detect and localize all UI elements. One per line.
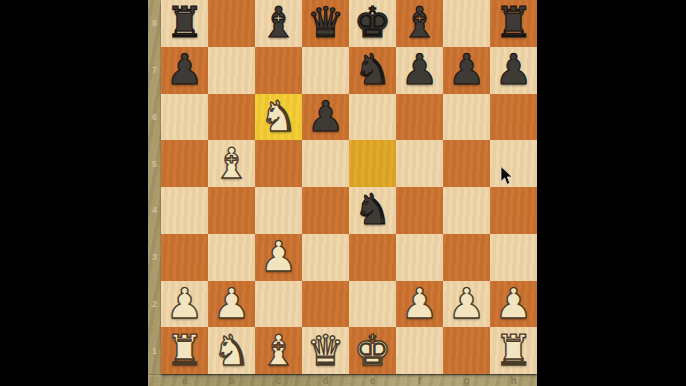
white-bishop[interactable]: ♝ <box>213 143 251 185</box>
black-pawn[interactable]: ♟ <box>448 49 486 91</box>
square-b7[interactable] <box>208 47 255 94</box>
chess-board-area: 87654321 ♜♝♛♚♝♜♟♞♟♟♟♞♟♝♞♟♟♟♟♟♟♜♞♝♛♚♜ abc… <box>148 0 537 386</box>
square-b6[interactable] <box>208 94 255 141</box>
black-knight[interactable]: ♞ <box>354 49 392 91</box>
black-pawn[interactable]: ♟ <box>495 49 533 91</box>
file-label-e: e <box>349 374 396 386</box>
square-c4[interactable] <box>255 187 302 234</box>
square-h8[interactable]: ♜ <box>490 0 537 47</box>
square-g2[interactable]: ♟ <box>443 281 490 328</box>
square-a4[interactable] <box>161 187 208 234</box>
square-b4[interactable] <box>208 187 255 234</box>
black-rook[interactable]: ♜ <box>166 2 204 44</box>
square-e6[interactable] <box>349 94 396 141</box>
square-d3[interactable] <box>302 234 349 281</box>
file-labels: abcdefgh <box>148 374 537 386</box>
square-c8[interactable]: ♝ <box>255 0 302 47</box>
black-knight[interactable]: ♞ <box>354 189 392 231</box>
square-d1[interactable]: ♛ <box>302 327 349 374</box>
file-label-g: g <box>443 374 490 386</box>
square-b8[interactable] <box>208 0 255 47</box>
square-c2[interactable] <box>255 281 302 328</box>
letterbox-bar-left <box>0 0 148 386</box>
square-h5[interactable] <box>490 140 537 187</box>
square-a3[interactable] <box>161 234 208 281</box>
square-b2[interactable]: ♟ <box>208 281 255 328</box>
white-pawn[interactable]: ♟ <box>495 283 533 325</box>
black-pawn[interactable]: ♟ <box>401 49 439 91</box>
black-queen[interactable]: ♛ <box>307 2 345 44</box>
square-a5[interactable] <box>161 140 208 187</box>
square-d6[interactable]: ♟ <box>302 94 349 141</box>
white-king[interactable]: ♚ <box>354 330 392 372</box>
file-label-d: d <box>302 374 349 386</box>
square-c5[interactable] <box>255 140 302 187</box>
square-h1[interactable]: ♜ <box>490 327 537 374</box>
square-f8[interactable]: ♝ <box>396 0 443 47</box>
square-g6[interactable] <box>443 94 490 141</box>
square-h3[interactable] <box>490 234 537 281</box>
white-pawn[interactable]: ♟ <box>166 283 204 325</box>
rank-label-1: 1 <box>148 327 161 374</box>
square-a8[interactable]: ♜ <box>161 0 208 47</box>
white-pawn[interactable]: ♟ <box>448 283 486 325</box>
rank-labels: 87654321 <box>148 0 161 374</box>
white-queen[interactable]: ♛ <box>307 330 345 372</box>
chess-board: ♜♝♛♚♝♜♟♞♟♟♟♞♟♝♞♟♟♟♟♟♟♜♞♝♛♚♜ <box>161 0 537 374</box>
rank-label-3: 3 <box>148 234 161 281</box>
square-f7[interactable]: ♟ <box>396 47 443 94</box>
square-b5[interactable]: ♝ <box>208 140 255 187</box>
white-knight[interactable]: ♞ <box>260 96 298 138</box>
square-h2[interactable]: ♟ <box>490 281 537 328</box>
square-b3[interactable] <box>208 234 255 281</box>
rank-label-7: 7 <box>148 47 161 94</box>
square-d5[interactable] <box>302 140 349 187</box>
black-pawn[interactable]: ♟ <box>307 96 345 138</box>
square-g1[interactable] <box>443 327 490 374</box>
rank-label-6: 6 <box>148 94 161 141</box>
square-c1[interactable]: ♝ <box>255 327 302 374</box>
square-e7[interactable]: ♞ <box>349 47 396 94</box>
square-f5[interactable] <box>396 140 443 187</box>
square-e3[interactable] <box>349 234 396 281</box>
white-bishop[interactable]: ♝ <box>260 330 298 372</box>
square-d2[interactable] <box>302 281 349 328</box>
black-king[interactable]: ♚ <box>354 2 392 44</box>
square-f6[interactable] <box>396 94 443 141</box>
square-g3[interactable] <box>443 234 490 281</box>
square-e1[interactable]: ♚ <box>349 327 396 374</box>
square-f4[interactable] <box>396 187 443 234</box>
square-g4[interactable] <box>443 187 490 234</box>
white-rook[interactable]: ♜ <box>166 330 204 372</box>
file-label-f: f <box>396 374 443 386</box>
square-g8[interactable] <box>443 0 490 47</box>
file-label-b: b <box>208 374 255 386</box>
square-h6[interactable] <box>490 94 537 141</box>
black-rook[interactable]: ♜ <box>495 2 533 44</box>
white-pawn[interactable]: ♟ <box>260 236 298 278</box>
frame-corner <box>148 374 161 386</box>
square-g5[interactable] <box>443 140 490 187</box>
rank-label-5: 5 <box>148 140 161 187</box>
white-rook[interactable]: ♜ <box>495 330 533 372</box>
file-label-c: c <box>255 374 302 386</box>
square-a7[interactable]: ♟ <box>161 47 208 94</box>
square-b1[interactable]: ♞ <box>208 327 255 374</box>
rank-label-8: 8 <box>148 0 161 47</box>
square-d7[interactable] <box>302 47 349 94</box>
black-pawn[interactable]: ♟ <box>166 49 204 91</box>
square-a1[interactable]: ♜ <box>161 327 208 374</box>
rank-label-4: 4 <box>148 187 161 234</box>
square-e5[interactable] <box>349 140 396 187</box>
square-h4[interactable] <box>490 187 537 234</box>
square-e4[interactable]: ♞ <box>349 187 396 234</box>
square-a6[interactable] <box>161 94 208 141</box>
white-pawn[interactable]: ♟ <box>401 283 439 325</box>
square-d4[interactable] <box>302 187 349 234</box>
rank-label-2: 2 <box>148 281 161 328</box>
square-c3[interactable]: ♟ <box>255 234 302 281</box>
black-bishop[interactable]: ♝ <box>260 2 298 44</box>
black-bishop[interactable]: ♝ <box>401 2 439 44</box>
square-h7[interactable]: ♟ <box>490 47 537 94</box>
square-c6[interactable]: ♞ <box>255 94 302 141</box>
square-f3[interactable] <box>396 234 443 281</box>
square-c7[interactable] <box>255 47 302 94</box>
file-label-h: h <box>490 374 537 386</box>
letterbox-bar-right <box>537 0 686 386</box>
square-e2[interactable] <box>349 281 396 328</box>
square-e8[interactable]: ♚ <box>349 0 396 47</box>
square-d8[interactable]: ♛ <box>302 0 349 47</box>
square-a2[interactable]: ♟ <box>161 281 208 328</box>
square-f2[interactable]: ♟ <box>396 281 443 328</box>
white-pawn[interactable]: ♟ <box>213 283 251 325</box>
square-f1[interactable] <box>396 327 443 374</box>
white-knight[interactable]: ♞ <box>213 330 251 372</box>
file-label-a: a <box>161 374 208 386</box>
video-frame: 87654321 ♜♝♛♚♝♜♟♞♟♟♟♞♟♝♞♟♟♟♟♟♟♜♞♝♛♚♜ abc… <box>0 0 686 386</box>
square-g7[interactable]: ♟ <box>443 47 490 94</box>
